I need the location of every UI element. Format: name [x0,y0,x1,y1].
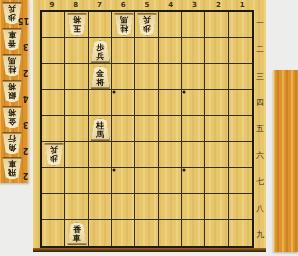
square-3-3[interactable] [182,64,205,90]
piece-kanji: 歩兵 [44,144,64,166]
rank-label-1: 一 [254,10,266,36]
piece-kanji: 金将 [2,107,22,129]
square-8-6[interactable] [65,142,88,168]
piece-kanji: 桂馬 [2,55,22,77]
piece-kanji: 角行 [2,133,22,155]
file-label-6: 6 [111,0,135,10]
square-4-8[interactable] [159,194,182,220]
hand-count-knight: 2 [23,68,29,77]
rank-label-8: 八 [254,195,266,221]
square-6-8[interactable] [112,194,135,220]
square-2-9[interactable] [205,220,228,246]
sente-hand-tray [273,70,298,252]
file-label-4: 4 [159,0,183,10]
star-point [183,91,186,94]
square-1-3[interactable] [229,64,252,90]
file-label-7: 7 [88,0,112,10]
shogi-diagram: 歩兵15香車3桂馬2銀将4金将3角行2飛車2 987654321 一二三四五六七… [0,0,298,256]
square-2-4[interactable] [205,90,228,116]
rank-label-3: 三 [254,63,266,89]
square-8-7[interactable] [65,168,88,194]
square-1-6[interactable] [229,142,252,168]
square-2-1[interactable] [205,12,228,38]
hand-count-gold: 3 [23,120,29,129]
square-3-5[interactable] [182,116,205,142]
rank-label-9: 九 [254,222,266,248]
square-5-5[interactable] [135,116,158,142]
square-1-4[interactable] [229,90,252,116]
square-4-5[interactable] [159,116,182,142]
square-5-9[interactable] [135,220,158,246]
square-8-4[interactable] [65,90,88,116]
piece-sente-lance-8九[interactable]: 香車 [67,222,87,244]
rank-labels: 一二三四五六七八九 [254,10,266,248]
square-2-5[interactable] [205,116,228,142]
square-7-1[interactable] [89,12,112,38]
file-label-2: 2 [206,0,230,10]
square-1-2[interactable] [229,38,252,64]
piece-kanji: 歩兵 [137,14,157,36]
square-9-4[interactable] [42,90,65,116]
piece-kanji: 香車 [67,222,87,244]
piece-kanji: 香車 [2,29,22,51]
square-4-1[interactable] [159,12,182,38]
square-4-7[interactable] [159,168,182,194]
hand-row-pawn: 歩兵15 [0,2,29,28]
rank-label-4: 四 [254,89,266,115]
file-label-5: 5 [135,0,159,10]
rank-label-6: 六 [254,142,266,168]
rank-label-2: 二 [254,36,266,62]
hand-row-lance: 香車3 [0,28,29,54]
file-label-9: 9 [40,0,64,10]
square-9-9[interactable] [42,220,65,246]
hand-piece-gold[interactable]: 金将 [2,107,22,129]
square-6-3[interactable] [112,64,135,90]
piece-kanji: 金将 [90,66,110,88]
square-9-2[interactable] [42,38,65,64]
square-6-7[interactable] [112,168,135,194]
square-5-3[interactable] [135,64,158,90]
square-2-3[interactable] [205,64,228,90]
square-9-5[interactable] [42,116,65,142]
square-8-2[interactable] [65,38,88,64]
hand-count-bishop: 2 [23,146,29,155]
square-1-1[interactable] [229,12,252,38]
square-5-7[interactable] [135,168,158,194]
square-1-5[interactable] [229,116,252,142]
square-1-7[interactable] [229,168,252,194]
shogi-board-grid [40,10,254,248]
gote-hand-tray: 歩兵15香車3桂馬2銀将4金将3角行2飛車2 [0,0,29,183]
square-9-1[interactable] [42,12,65,38]
square-8-5[interactable] [65,116,88,142]
square-3-8[interactable] [182,194,205,220]
hand-count-silver: 4 [23,94,29,103]
piece-kanji: 玉将 [67,14,87,36]
star-point [113,91,116,94]
hand-piece-bishop[interactable]: 角行 [2,133,22,155]
square-5-8[interactable] [135,194,158,220]
square-6-4[interactable] [112,90,135,116]
piece-kanji: 飛車 [2,158,22,180]
square-4-9[interactable] [159,220,182,246]
square-6-2[interactable] [112,38,135,64]
hand-row-knight: 桂馬2 [0,54,29,80]
square-9-8[interactable] [42,194,65,220]
hand-piece-silver[interactable]: 銀将 [2,81,22,103]
hand-piece-knight[interactable]: 桂馬 [2,55,22,77]
square-7-4[interactable] [89,90,112,116]
rank-label-7: 七 [254,169,266,195]
square-4-6[interactable] [159,142,182,168]
square-4-2[interactable] [159,38,182,64]
piece-kanji: 歩兵 [90,40,110,62]
star-point [113,169,116,172]
file-labels: 987654321 [40,0,254,10]
square-2-6[interactable] [205,142,228,168]
star-point [183,169,186,172]
hand-count-rook: 2 [23,171,29,180]
piece-gote-knight-6一[interactable]: 桂馬 [114,14,134,36]
rank-label-5: 五 [254,116,266,142]
square-3-6[interactable] [182,142,205,168]
square-7-7[interactable] [89,168,112,194]
hand-piece-rook[interactable]: 飛車 [2,158,22,180]
hand-count-lance: 3 [23,42,29,51]
piece-sente-gold-7三[interactable]: 金将 [90,66,110,88]
square-9-3[interactable] [42,64,65,90]
hand-row-silver: 銀将4 [0,80,29,106]
square-2-7[interactable] [205,168,228,194]
piece-gote-pawn-5一[interactable]: 歩兵 [137,14,157,36]
file-label-1: 1 [230,0,254,10]
square-9-7[interactable] [42,168,65,194]
square-1-8[interactable] [229,194,252,220]
piece-gote-pawn-9六[interactable]: 歩兵 [44,144,64,166]
hand-count-pawn: 15 [18,16,29,25]
file-label-8: 8 [64,0,88,10]
square-7-8[interactable] [89,194,112,220]
piece-kanji: 桂馬 [114,14,134,36]
square-6-6[interactable] [112,142,135,168]
piece-sente-pawn-7二[interactable]: 歩兵 [90,40,110,62]
piece-kanji: 桂馬 [90,118,110,140]
piece-kanji: 銀将 [2,81,22,103]
square-4-4[interactable] [159,90,182,116]
hand-row-rook: 飛車2 [0,157,29,183]
shogi-board-area: 987654321 一二三四五六七八九 玉将桂馬歩兵歩兵金将桂馬歩兵香車 [33,0,266,252]
square-7-9[interactable] [89,220,112,246]
square-1-9[interactable] [229,220,252,246]
square-5-6[interactable] [135,142,158,168]
square-3-9[interactable] [182,220,205,246]
hand-row-gold: 金将3 [0,106,29,132]
square-6-9[interactable] [112,220,135,246]
square-8-8[interactable] [65,194,88,220]
hand-piece-lance[interactable]: 香車 [2,29,22,51]
square-2-8[interactable] [205,194,228,220]
square-6-5[interactable] [112,116,135,142]
square-2-2[interactable] [205,38,228,64]
square-3-4[interactable] [182,90,205,116]
piece-gote-king-8一[interactable]: 玉将 [67,14,87,36]
hand-row-bishop: 角行2 [0,132,29,158]
square-4-3[interactable] [159,64,182,90]
square-3-1[interactable] [182,12,205,38]
square-7-6[interactable] [89,142,112,168]
square-5-2[interactable] [135,38,158,64]
square-5-4[interactable] [135,90,158,116]
square-3-2[interactable] [182,38,205,64]
square-8-3[interactable] [65,64,88,90]
piece-sente-knight-7五[interactable]: 桂馬 [90,118,110,140]
file-label-3: 3 [183,0,207,10]
square-3-7[interactable] [182,168,205,194]
